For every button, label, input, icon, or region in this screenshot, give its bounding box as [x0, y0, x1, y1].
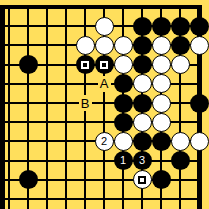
- white-stone-c7-r8[interactable]: [114, 132, 133, 151]
- white-stone-c9-r3[interactable]: [152, 36, 171, 55]
- black-stone-c8-r3[interactable]: [133, 36, 152, 55]
- black-stone-c11-r2[interactable]: [190, 17, 209, 36]
- white-stone-c10-r4[interactable]: [171, 55, 190, 74]
- black-stone-c6-r4[interactable]: [95, 55, 114, 74]
- white-stone-c9-r6[interactable]: [152, 94, 171, 113]
- square-mark: [138, 176, 146, 184]
- white-stone-c5-r3[interactable]: [76, 36, 95, 55]
- square-mark: [81, 61, 89, 69]
- white-stone-c8-r7[interactable]: [133, 113, 152, 132]
- black-stone-c9-r10[interactable]: [152, 170, 171, 189]
- black-stone-c7-r5[interactable]: [114, 74, 133, 93]
- black-stone-c8-r6[interactable]: [133, 94, 152, 113]
- black-stone-c10-r2[interactable]: [171, 17, 190, 36]
- black-stone-c9-r2[interactable]: [152, 17, 171, 36]
- white-stone-c11-r8[interactable]: [190, 132, 209, 151]
- black-stone-c8-r8[interactable]: [133, 132, 152, 151]
- grid-hline: [0, 121, 202, 123]
- black-stone-c8-r4[interactable]: [133, 55, 152, 74]
- white-stone-c11-r3[interactable]: [190, 36, 209, 55]
- black-stone-c8-r2[interactable]: [133, 17, 152, 36]
- point-label-B[interactable]: B: [79, 95, 92, 111]
- go-board: 213AB: [0, 0, 209, 209]
- black-stone-c7-r6[interactable]: [114, 94, 133, 113]
- black-stone-c7-r7[interactable]: [114, 113, 133, 132]
- white-stone-c8-r5[interactable]: [133, 74, 152, 93]
- white-stone-c6-r3[interactable]: [95, 36, 114, 55]
- white-stone-c9-r7[interactable]: [152, 113, 171, 132]
- black-stone-c9-r8[interactable]: [152, 132, 171, 151]
- black-stone-c2-r10[interactable]: [19, 170, 38, 189]
- grid-hline: [0, 198, 202, 200]
- square-mark: [100, 61, 108, 69]
- move-2-stone[interactable]: 2: [95, 132, 114, 151]
- white-stone-c6-r2[interactable]: [95, 17, 114, 36]
- black-stone-c2-r4[interactable]: [19, 55, 38, 74]
- black-stone-c11-r6[interactable]: [190, 94, 209, 113]
- white-stone-c9-r4[interactable]: [152, 55, 171, 74]
- white-stone-c7-r3[interactable]: [114, 36, 133, 55]
- grid-hline: [0, 102, 202, 104]
- black-stone-c10-r9[interactable]: [171, 151, 190, 170]
- white-stone-c9-r5[interactable]: [152, 74, 171, 93]
- white-stone-c8-r10[interactable]: [133, 170, 152, 189]
- board-top-edge: [0, 5, 202, 9]
- move-1-stone[interactable]: 1: [114, 151, 133, 170]
- black-stone-c5-r4[interactable]: [76, 55, 95, 74]
- left-crop-edge: [0, 5, 5, 209]
- white-stone-c10-r8[interactable]: [171, 132, 190, 151]
- point-label-A[interactable]: A: [98, 76, 111, 92]
- move-3-stone[interactable]: 3: [133, 151, 152, 170]
- white-stone-c7-r4[interactable]: [114, 55, 133, 74]
- black-stone-c10-r3[interactable]: [171, 36, 190, 55]
